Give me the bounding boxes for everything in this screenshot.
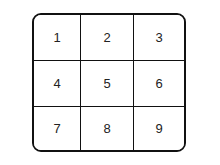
board-grid: 1 2 3 4 5 6 7 8 9 [32, 13, 186, 152]
grid-cell-r3c2[interactable]: 8 [81, 107, 134, 150]
grid-cell-r1c1[interactable]: 1 [34, 15, 81, 61]
grid-cell-r1c2[interactable]: 2 [81, 15, 134, 61]
grid-cell-r1c3[interactable]: 3 [134, 15, 184, 61]
grid-cell-r2c1[interactable]: 4 [34, 61, 81, 107]
grid-cell-r2c3[interactable]: 6 [134, 61, 184, 107]
grid-cell-r2c2[interactable]: 5 [81, 61, 134, 107]
grid-cell-r3c3[interactable]: 9 [134, 107, 184, 150]
grid-cell-r3c1[interactable]: 7 [34, 107, 81, 150]
